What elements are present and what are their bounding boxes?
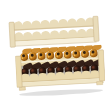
filled-wine-rack — [15, 45, 105, 99]
right-foot — [97, 81, 103, 85]
upper-tier-scalloped-rail — [12, 17, 95, 30]
ground-shadow — [19, 88, 103, 97]
left-end-post — [9, 22, 15, 47]
product-photo-scene — [0, 0, 105, 105]
filled-rack-graphic — [15, 45, 105, 99]
left-foot — [19, 87, 25, 91]
right-end-post — [93, 16, 99, 41]
